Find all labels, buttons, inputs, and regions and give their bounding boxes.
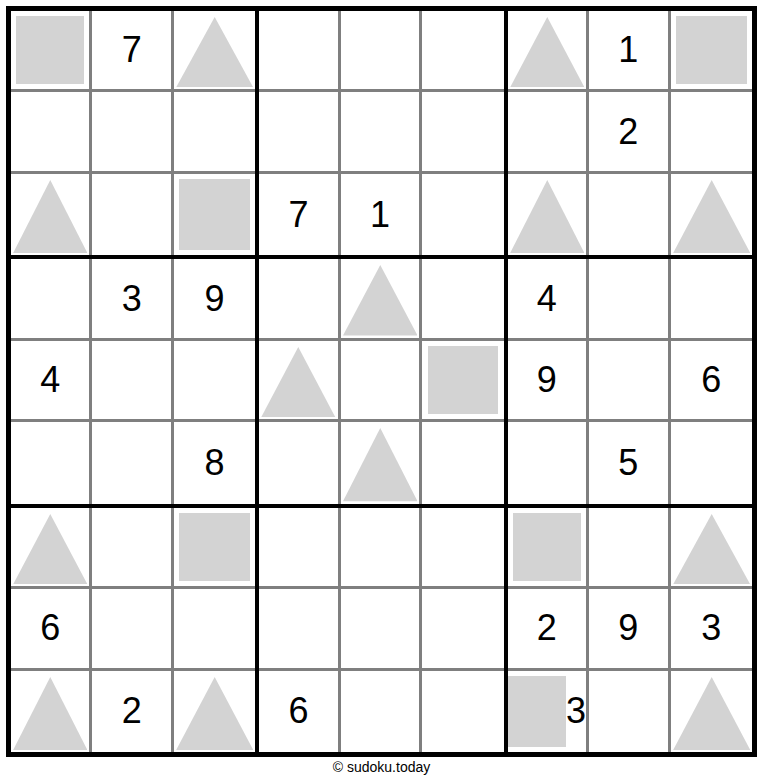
- page: 77112394849656262933 © sudoku.today: [0, 0, 767, 776]
- cell-r4c7[interactable]: 4: [508, 259, 589, 340]
- cell-r6c6[interactable]: [422, 422, 503, 503]
- given-digit: 7: [289, 197, 309, 233]
- odd-triangle-marker: [13, 180, 88, 253]
- given-digit: 7: [122, 32, 142, 68]
- given-digit: 5: [618, 445, 638, 481]
- cell-r6c1[interactable]: [11, 422, 92, 503]
- cell-r9c2[interactable]: 2: [92, 671, 173, 752]
- cell-r2c3[interactable]: [174, 92, 255, 173]
- cell-r9c6[interactable]: [422, 671, 503, 752]
- cell-r8c4[interactable]: [259, 589, 340, 670]
- cell-r8c9[interactable]: 3: [671, 589, 752, 670]
- cell-r3c2[interactable]: [92, 174, 173, 255]
- box-2: 71: [257, 9, 505, 257]
- cell-r1c4[interactable]: [259, 11, 340, 92]
- cell-r5c3[interactable]: [174, 341, 255, 422]
- box-8: 6: [257, 506, 505, 754]
- cell-r7c8[interactable]: [589, 508, 670, 589]
- cell-r2c8[interactable]: 2: [589, 92, 670, 173]
- cell-r1c7[interactable]: [508, 11, 589, 92]
- cell-r3c8[interactable]: [589, 174, 670, 255]
- box-3: 12: [506, 9, 754, 257]
- given-digit: 8: [205, 445, 225, 481]
- cell-r4c4[interactable]: [259, 259, 340, 340]
- cell-r9c8[interactable]: [589, 671, 670, 752]
- cell-r2c6[interactable]: [422, 92, 503, 173]
- even-square-marker: [676, 16, 747, 84]
- cell-r3c9[interactable]: [671, 174, 752, 255]
- cell-r8c3[interactable]: [174, 589, 255, 670]
- box-6: 4965: [506, 257, 754, 505]
- box-5: [257, 257, 505, 505]
- cell-r1c1[interactable]: [11, 11, 92, 92]
- cell-r6c7[interactable]: [508, 422, 589, 503]
- cell-r7c1[interactable]: [11, 508, 92, 589]
- cell-r6c4[interactable]: [259, 422, 340, 503]
- given-digit: 4: [40, 362, 60, 398]
- given-digit: 2: [122, 693, 142, 729]
- cell-r5c2[interactable]: [92, 341, 173, 422]
- odd-triangle-marker: [343, 428, 418, 501]
- box-9: 2933: [506, 506, 754, 754]
- odd-triangle-marker: [673, 514, 750, 585]
- cell-r5c9[interactable]: 6: [671, 341, 752, 422]
- cell-r5c4[interactable]: [259, 341, 340, 422]
- even-square-marker: [513, 513, 581, 581]
- cell-r4c8[interactable]: [589, 259, 670, 340]
- cell-r3c3[interactable]: [174, 174, 255, 255]
- cell-r6c8[interactable]: 5: [589, 422, 670, 503]
- odd-triangle-marker: [261, 347, 336, 418]
- cell-r8c6[interactable]: [422, 589, 503, 670]
- box-7: 62: [9, 506, 257, 754]
- cell-r9c1[interactable]: [11, 671, 92, 752]
- cell-r1c3[interactable]: [174, 11, 255, 92]
- odd-triangle-marker: [13, 677, 88, 750]
- cell-r3c7[interactable]: [508, 174, 589, 255]
- cell-r1c9[interactable]: [671, 11, 752, 92]
- given-digit: 3: [566, 693, 586, 729]
- cell-r9c5[interactable]: [341, 671, 422, 752]
- even-square-marker: [179, 513, 250, 581]
- box-4: 3948: [9, 257, 257, 505]
- cell-r2c5[interactable]: [341, 92, 422, 173]
- cell-r4c3[interactable]: 9: [174, 259, 255, 340]
- cell-r9c4[interactable]: 6: [259, 671, 340, 752]
- odd-triangle-marker: [176, 677, 253, 750]
- given-digit: 6: [701, 362, 721, 398]
- cell-r3c1[interactable]: [11, 174, 92, 255]
- cell-r3c5[interactable]: 1: [341, 174, 422, 255]
- cell-r9c3[interactable]: [174, 671, 255, 752]
- given-digit: 9: [205, 281, 225, 317]
- given-digit: 2: [618, 114, 638, 150]
- given-digit: 6: [289, 693, 309, 729]
- cell-r6c5[interactable]: [341, 422, 422, 503]
- cell-r2c4[interactable]: [259, 92, 340, 173]
- cell-r8c8[interactable]: 9: [589, 589, 670, 670]
- cell-r4c9[interactable]: [671, 259, 752, 340]
- cell-r2c7[interactable]: [508, 92, 589, 173]
- cell-r4c1[interactable]: [11, 259, 92, 340]
- cell-r6c2[interactable]: [92, 422, 173, 503]
- even-square-marker: [428, 346, 499, 414]
- cell-r7c5[interactable]: [341, 508, 422, 589]
- cell-r7c3[interactable]: [174, 508, 255, 589]
- odd-triangle-marker: [176, 17, 253, 88]
- cell-r4c6[interactable]: [422, 259, 503, 340]
- cell-r5c8[interactable]: [589, 341, 670, 422]
- cell-r7c6[interactable]: [422, 508, 503, 589]
- cell-r1c5[interactable]: [341, 11, 422, 92]
- box-1: 7: [9, 9, 257, 257]
- cell-r1c2[interactable]: 7: [92, 11, 173, 92]
- even-square-marker: [16, 16, 84, 84]
- cell-r6c3[interactable]: 8: [174, 422, 255, 503]
- cell-r8c5[interactable]: [341, 589, 422, 670]
- cell-r7c7[interactable]: [508, 508, 589, 589]
- cell-r3c6[interactable]: [422, 174, 503, 255]
- cell-r3c4[interactable]: 7: [259, 174, 340, 255]
- even-square-marker: [508, 676, 566, 747]
- given-digit: 2: [537, 610, 557, 646]
- even-square-marker: [179, 179, 250, 250]
- cell-r6c9[interactable]: [671, 422, 752, 503]
- given-digit: 3: [701, 610, 721, 646]
- cell-r1c8[interactable]: 1: [589, 11, 670, 92]
- cell-r2c9[interactable]: [671, 92, 752, 173]
- cell-r1c6[interactable]: [422, 11, 503, 92]
- given-digit: 3: [122, 281, 142, 317]
- given-digit: 4: [537, 281, 557, 317]
- cell-r7c2[interactable]: [92, 508, 173, 589]
- cell-r5c1[interactable]: 4: [11, 341, 92, 422]
- cell-r7c4[interactable]: [259, 508, 340, 589]
- odd-triangle-marker: [510, 180, 585, 253]
- odd-triangle-marker: [673, 677, 750, 750]
- cell-r7c9[interactable]: [671, 508, 752, 589]
- cell-r5c7[interactable]: 9: [508, 341, 589, 422]
- cell-r9c9[interactable]: [671, 671, 752, 752]
- odd-triangle-marker: [673, 180, 750, 253]
- cell-r8c1[interactable]: 6: [11, 589, 92, 670]
- given-digit: 1: [618, 32, 638, 68]
- cell-r8c7[interactable]: 2: [508, 589, 589, 670]
- cell-r2c1[interactable]: [11, 92, 92, 173]
- cell-r5c6[interactable]: [422, 341, 503, 422]
- credit-text: © sudoku.today: [6, 758, 757, 776]
- odd-triangle-marker: [343, 265, 418, 336]
- cell-r9c7[interactable]: 3: [508, 671, 589, 752]
- sudoku-board: 77112394849656262933: [6, 6, 757, 757]
- cell-r2c2[interactable]: [92, 92, 173, 173]
- given-digit: 1: [370, 197, 390, 233]
- odd-triangle-marker: [510, 17, 585, 88]
- given-digit: 9: [618, 610, 638, 646]
- cell-r4c2[interactable]: 3: [92, 259, 173, 340]
- cell-r4c5[interactable]: [341, 259, 422, 340]
- odd-triangle-marker: [13, 514, 88, 585]
- cell-r5c5[interactable]: [341, 341, 422, 422]
- given-digit: 9: [537, 362, 557, 398]
- cell-r8c2[interactable]: [92, 589, 173, 670]
- given-digit: 6: [40, 610, 60, 646]
